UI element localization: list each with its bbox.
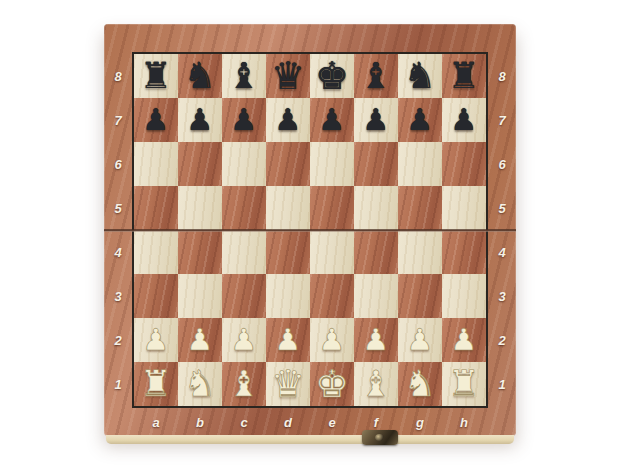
square-b6[interactable]	[178, 142, 222, 186]
file-labels-bottom: abcdefgh	[134, 409, 486, 435]
square-c4[interactable]	[222, 230, 266, 274]
square-g6[interactable]	[398, 142, 442, 186]
square-g3[interactable]	[398, 274, 442, 318]
square-d2[interactable]: ♟	[266, 318, 310, 362]
black-knight[interactable]: ♞	[184, 54, 216, 98]
square-e4[interactable]	[310, 230, 354, 274]
square-a3[interactable]	[134, 274, 178, 318]
chess-board: 87654321 87654321 abcdefgh ♜♞♝♛♚♝♞♜♟♟♟♟♟…	[104, 24, 516, 436]
square-e3[interactable]	[310, 274, 354, 318]
square-d4[interactable]	[266, 230, 310, 274]
white-knight[interactable]: ♞	[404, 362, 436, 406]
clasp-latch	[362, 430, 398, 445]
black-pawn[interactable]: ♟	[143, 98, 170, 142]
square-e2[interactable]: ♟	[310, 318, 354, 362]
photo-background: 87654321 87654321 abcdefgh ♜♞♝♛♚♝♞♜♟♟♟♟♟…	[0, 0, 620, 465]
square-e7[interactable]: ♟	[310, 98, 354, 142]
file-label-g: g	[398, 409, 442, 435]
black-pawn[interactable]: ♟	[319, 98, 346, 142]
rank-label-left-7: 7	[105, 98, 131, 142]
square-b4[interactable]	[178, 230, 222, 274]
square-h7[interactable]: ♟	[442, 98, 486, 142]
square-g1[interactable]: ♞	[398, 362, 442, 406]
black-pawn[interactable]: ♟	[187, 98, 214, 142]
rank-label-left-2: 2	[105, 318, 131, 362]
square-b5[interactable]	[178, 186, 222, 230]
square-c5[interactable]	[222, 186, 266, 230]
square-d7[interactable]: ♟	[266, 98, 310, 142]
square-c3[interactable]	[222, 274, 266, 318]
square-g8[interactable]: ♞	[398, 54, 442, 98]
white-rook[interactable]: ♜	[140, 362, 172, 406]
rank-label-right-4: 4	[489, 230, 515, 274]
file-label-a: a	[134, 409, 178, 435]
square-g2[interactable]: ♟	[398, 318, 442, 362]
rank-label-right-7: 7	[489, 98, 515, 142]
black-rook[interactable]: ♜	[448, 54, 480, 98]
file-label-b: b	[178, 409, 222, 435]
square-f3[interactable]	[354, 274, 398, 318]
square-h8[interactable]: ♜	[442, 54, 486, 98]
board-edge	[106, 435, 514, 444]
square-h1[interactable]: ♜	[442, 362, 486, 406]
square-b2[interactable]: ♟	[178, 318, 222, 362]
file-label-c: c	[222, 409, 266, 435]
rank-label-left-5: 5	[105, 186, 131, 230]
square-f7[interactable]: ♟	[354, 98, 398, 142]
square-b3[interactable]	[178, 274, 222, 318]
square-f1[interactable]: ♝	[354, 362, 398, 406]
square-e8[interactable]: ♚	[310, 54, 354, 98]
square-g7[interactable]: ♟	[398, 98, 442, 142]
black-king[interactable]: ♚	[315, 54, 349, 98]
file-label-e: e	[310, 409, 354, 435]
rank-label-left-8: 8	[105, 54, 131, 98]
rank-label-right-3: 3	[489, 274, 515, 318]
black-pawn[interactable]: ♟	[231, 98, 258, 142]
square-f6[interactable]	[354, 142, 398, 186]
square-e6[interactable]	[310, 142, 354, 186]
black-bishop[interactable]: ♝	[360, 54, 392, 98]
square-a1[interactable]: ♜	[134, 362, 178, 406]
file-label-d: d	[266, 409, 310, 435]
square-b1[interactable]: ♞	[178, 362, 222, 406]
white-pawn[interactable]: ♟	[407, 318, 434, 362]
square-f8[interactable]: ♝	[354, 54, 398, 98]
black-pawn[interactable]: ♟	[407, 98, 434, 142]
square-c2[interactable]: ♟	[222, 318, 266, 362]
square-b7[interactable]: ♟	[178, 98, 222, 142]
white-pawn[interactable]: ♟	[363, 318, 390, 362]
square-d6[interactable]	[266, 142, 310, 186]
square-h4[interactable]	[442, 230, 486, 274]
square-a7[interactable]: ♟	[134, 98, 178, 142]
square-b8[interactable]: ♞	[178, 54, 222, 98]
black-queen[interactable]: ♛	[271, 54, 305, 98]
white-king[interactable]: ♚	[315, 362, 349, 406]
file-label-h: h	[442, 409, 486, 435]
square-c1[interactable]: ♝	[222, 362, 266, 406]
square-d3[interactable]	[266, 274, 310, 318]
square-h2[interactable]: ♟	[442, 318, 486, 362]
square-a6[interactable]	[134, 142, 178, 186]
square-a5[interactable]	[134, 186, 178, 230]
white-bishop[interactable]: ♝	[228, 362, 260, 406]
square-f4[interactable]	[354, 230, 398, 274]
square-e1[interactable]: ♚	[310, 362, 354, 406]
white-knight[interactable]: ♞	[184, 362, 216, 406]
rank-label-left-6: 6	[105, 142, 131, 186]
rank-label-right-5: 5	[489, 186, 515, 230]
square-h6[interactable]	[442, 142, 486, 186]
rank-label-right-8: 8	[489, 54, 515, 98]
square-d5[interactable]	[266, 186, 310, 230]
square-d1[interactable]: ♛	[266, 362, 310, 406]
black-pawn[interactable]: ♟	[363, 98, 390, 142]
square-f2[interactable]: ♟	[354, 318, 398, 362]
white-bishop[interactable]: ♝	[360, 362, 392, 406]
black-bishop[interactable]: ♝	[228, 54, 260, 98]
white-rook[interactable]: ♜	[448, 362, 480, 406]
black-pawn[interactable]: ♟	[275, 98, 302, 142]
square-f5[interactable]	[354, 186, 398, 230]
square-a4[interactable]	[134, 230, 178, 274]
square-g4[interactable]	[398, 230, 442, 274]
white-queen[interactable]: ♛	[271, 362, 305, 406]
rank-label-right-2: 2	[489, 318, 515, 362]
square-h5[interactable]	[442, 186, 486, 230]
square-e5[interactable]	[310, 186, 354, 230]
square-c8[interactable]: ♝	[222, 54, 266, 98]
black-rook[interactable]: ♜	[140, 54, 172, 98]
white-pawn[interactable]: ♟	[319, 318, 346, 362]
rank-label-left-1: 1	[105, 362, 131, 406]
black-pawn[interactable]: ♟	[451, 98, 478, 142]
square-a8[interactable]: ♜	[134, 54, 178, 98]
white-pawn[interactable]: ♟	[231, 318, 258, 362]
white-pawn[interactable]: ♟	[451, 318, 478, 362]
square-g5[interactable]	[398, 186, 442, 230]
rank-label-left-4: 4	[105, 230, 131, 274]
square-h3[interactable]	[442, 274, 486, 318]
square-d8[interactable]: ♛	[266, 54, 310, 98]
white-pawn[interactable]: ♟	[187, 318, 214, 362]
black-knight[interactable]: ♞	[404, 54, 436, 98]
square-c7[interactable]: ♟	[222, 98, 266, 142]
rank-label-left-3: 3	[105, 274, 131, 318]
fold-seam	[104, 229, 516, 232]
rank-label-right-1: 1	[489, 362, 515, 406]
white-pawn[interactable]: ♟	[275, 318, 302, 362]
square-c6[interactable]	[222, 142, 266, 186]
rank-label-right-6: 6	[489, 142, 515, 186]
square-a2[interactable]: ♟	[134, 318, 178, 362]
white-pawn[interactable]: ♟	[143, 318, 170, 362]
